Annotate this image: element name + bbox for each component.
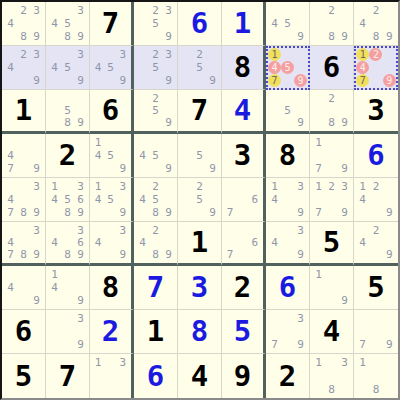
candidate-slot-7: 7 bbox=[268, 74, 281, 87]
candidate-slot-8 bbox=[281, 249, 294, 261]
candidate-slot-9: 9 bbox=[294, 338, 307, 351]
candidate-slot-1 bbox=[180, 136, 193, 149]
candidate-grid: 179 bbox=[311, 135, 352, 176]
cell-r1c9[interactable]: 2489 bbox=[354, 2, 398, 46]
cell-r2c4[interactable]: 2359 bbox=[134, 46, 178, 90]
candidate-slot-2: 2 bbox=[17, 4, 30, 17]
candidate-slot-7: 7 bbox=[224, 249, 236, 261]
candidate-slot-9: 9 bbox=[206, 74, 219, 87]
candidate-grid: 23489 bbox=[3, 3, 44, 44]
cell-r4c1[interactable]: 479 bbox=[2, 134, 46, 178]
candidate-slot-6 bbox=[162, 193, 175, 206]
candidate-slot-2: 2 bbox=[193, 48, 206, 61]
candidate-slot-2: 2 bbox=[369, 48, 382, 61]
cell-value: 8 bbox=[178, 310, 221, 353]
candidate-slot-7 bbox=[356, 383, 369, 396]
candidate-slot-2 bbox=[281, 4, 294, 17]
cell-r4c8[interactable]: 179 bbox=[310, 134, 354, 178]
candidate-slot-9 bbox=[338, 383, 351, 396]
candidate-slot-5 bbox=[149, 236, 162, 248]
candidate-slot-1 bbox=[4, 224, 17, 236]
candidate-slot-9: 9 bbox=[383, 74, 396, 87]
candidate-slot-7 bbox=[180, 206, 193, 219]
candidate-slot-1 bbox=[4, 4, 17, 17]
cell-r4c7[interactable]: 8 bbox=[266, 134, 310, 178]
cell-r4c2[interactable]: 2 bbox=[46, 134, 90, 178]
candidate-slot-7 bbox=[312, 383, 325, 396]
cell-r3c5[interactable]: 7 bbox=[178, 90, 222, 134]
cell-r6c6[interactable]: 67 bbox=[222, 222, 266, 266]
candidate-slot-2 bbox=[61, 180, 74, 193]
candidate-slot-6 bbox=[162, 104, 175, 116]
candidate-slot-8 bbox=[325, 294, 338, 307]
cell-r1c8[interactable]: 289 bbox=[310, 2, 354, 46]
candidate-slot-1 bbox=[180, 48, 193, 61]
cell-r3c9[interactable]: 3 bbox=[354, 90, 398, 134]
candidate-slot-1 bbox=[92, 48, 104, 61]
candidate-slot-7 bbox=[48, 30, 61, 43]
cell-r3c1[interactable]: 1 bbox=[2, 90, 46, 134]
candidate-slot-3 bbox=[383, 356, 396, 369]
candidate-grid: 3459 bbox=[91, 47, 130, 88]
candidate-slot-3: 3 bbox=[30, 4, 43, 17]
candidate-slot-9: 9 bbox=[338, 294, 351, 307]
candidate-slot-6 bbox=[338, 369, 351, 382]
candidate-slot-6 bbox=[30, 61, 43, 74]
candidate-slot-2 bbox=[104, 224, 116, 236]
candidate-slot-3 bbox=[162, 224, 175, 236]
candidate-slot-4: 4 bbox=[268, 17, 281, 30]
cell-r1c1[interactable]: 23489 bbox=[2, 2, 46, 46]
candidate-slot-6 bbox=[74, 61, 87, 74]
candidate-slot-5 bbox=[61, 281, 74, 294]
candidate-slot-3 bbox=[206, 48, 219, 61]
cell-r9c3[interactable]: 13 bbox=[90, 354, 134, 398]
candidate-slot-1 bbox=[268, 92, 281, 104]
cell-r6c5[interactable]: 1 bbox=[178, 222, 222, 266]
candidate-grid: 249 bbox=[355, 223, 397, 262]
candidate-slot-6 bbox=[338, 149, 351, 162]
cell-r3c6[interactable]: 4 bbox=[222, 90, 266, 134]
cell-r1c3[interactable]: 7 bbox=[90, 2, 134, 46]
candidate-slot-8: 8 bbox=[17, 249, 30, 261]
candidate-slot-7: 7 bbox=[356, 74, 369, 87]
candidate-slot-1: 1 bbox=[48, 180, 61, 193]
candidate-slot-7 bbox=[136, 117, 149, 129]
candidate-grid: 1349 bbox=[267, 179, 308, 220]
cell-r6c4[interactable]: 2489 bbox=[134, 222, 178, 266]
candidate-slot-4: 4 bbox=[136, 236, 149, 248]
cell-r6c1[interactable]: 34789 bbox=[2, 222, 46, 266]
cell-value: 3 bbox=[222, 134, 263, 177]
cell-r5c5[interactable]: 259 bbox=[178, 178, 222, 222]
candidate-slot-6 bbox=[162, 61, 175, 74]
candidate-slot-1 bbox=[224, 224, 236, 236]
candidate-slot-3 bbox=[74, 92, 87, 104]
cell-r2c3[interactable]: 3459 bbox=[90, 46, 134, 90]
cell-r2c9[interactable]: 12479 bbox=[354, 46, 398, 90]
candidate-slot-5 bbox=[17, 61, 30, 74]
cell-r2c2[interactable]: 3459 bbox=[46, 46, 90, 90]
cell-value: 6 bbox=[178, 2, 221, 45]
cell-r9c9[interactable]: 18 bbox=[354, 354, 398, 398]
candidate-slot-8 bbox=[193, 74, 206, 87]
cell-value: 5 bbox=[354, 266, 398, 309]
cell-r7c7[interactable]: 6 bbox=[266, 266, 310, 310]
candidate-slot-6 bbox=[30, 17, 43, 30]
candidate-slot-7 bbox=[48, 294, 61, 307]
candidate-slot-1 bbox=[136, 92, 149, 104]
candidate-slot-8 bbox=[149, 117, 162, 129]
candidate-slot-5: 5 bbox=[281, 104, 294, 116]
cell-value: 2 bbox=[266, 354, 309, 398]
cell-value: 4 bbox=[310, 310, 353, 353]
candidate-slot-6 bbox=[206, 193, 219, 206]
cell-r7c4[interactable]: 7 bbox=[134, 266, 178, 310]
candidate-slot-7: 7 bbox=[224, 206, 236, 219]
candidate-slot-5 bbox=[369, 193, 382, 206]
candidate-slot-5 bbox=[281, 325, 294, 338]
candidate-slot-4 bbox=[312, 193, 325, 206]
cell-r3c7[interactable]: 59 bbox=[266, 90, 310, 134]
candidate-slot-2 bbox=[236, 224, 248, 236]
candidate-slot-5 bbox=[325, 369, 338, 382]
candidate-slot-2 bbox=[61, 48, 74, 61]
candidate-slot-2 bbox=[104, 48, 116, 61]
cell-r5c9[interactable]: 1249 bbox=[354, 178, 398, 222]
candidate-slot-6 bbox=[294, 236, 307, 248]
candidate-slot-4 bbox=[48, 104, 61, 116]
candidate-slot-8 bbox=[325, 162, 338, 175]
candidate-slot-9: 9 bbox=[338, 30, 351, 43]
candidate-slot-8 bbox=[236, 249, 248, 261]
cell-r5c6[interactable]: 67 bbox=[222, 178, 266, 222]
candidate-slot-4 bbox=[312, 281, 325, 294]
candidate-slot-6 bbox=[383, 236, 396, 248]
candidate-slot-2 bbox=[17, 136, 30, 149]
candidate-slot-4 bbox=[136, 104, 149, 116]
cell-r6c7[interactable]: 349 bbox=[266, 222, 310, 266]
candidate-grid: 67 bbox=[223, 223, 262, 262]
candidate-slot-2 bbox=[104, 356, 116, 369]
cell-r9c4[interactable]: 6 bbox=[134, 354, 178, 398]
candidate-slot-6 bbox=[338, 193, 351, 206]
candidate-slot-9: 9 bbox=[206, 206, 219, 219]
candidate-slot-2: 2 bbox=[149, 92, 162, 104]
candidate-slot-1 bbox=[136, 224, 149, 236]
candidate-grid: 289 bbox=[311, 3, 352, 44]
candidate-slot-7 bbox=[48, 74, 61, 87]
candidate-slot-3 bbox=[206, 136, 219, 149]
cell-r8c4[interactable]: 1 bbox=[134, 310, 178, 354]
candidate-slot-3 bbox=[294, 48, 307, 61]
candidate-slot-8 bbox=[281, 338, 294, 351]
candidate-slot-2: 2 bbox=[369, 4, 382, 17]
candidate-grid: 59 bbox=[179, 135, 220, 176]
candidate-grid: 34789 bbox=[3, 223, 44, 262]
candidate-slot-4: 4 bbox=[92, 149, 104, 162]
cell-value: 7 bbox=[134, 266, 177, 309]
cell-r7c8[interactable]: 19 bbox=[310, 266, 354, 310]
candidate-slot-2 bbox=[281, 48, 294, 61]
candidate-slot-3 bbox=[249, 180, 261, 193]
candidate-slot-2: 2 bbox=[193, 180, 206, 193]
cell-r4c4[interactable]: 459 bbox=[134, 134, 178, 178]
candidate-slot-7 bbox=[136, 249, 149, 261]
candidate-slot-6 bbox=[383, 325, 396, 338]
cell-r8c3[interactable]: 2 bbox=[90, 310, 134, 354]
candidate-grid: 349 bbox=[267, 223, 308, 262]
candidate-slot-9: 9 bbox=[30, 206, 43, 219]
candidate-slot-4 bbox=[48, 325, 61, 338]
cell-r9c5[interactable]: 4 bbox=[178, 354, 222, 398]
cell-r5c8[interactable]: 12379 bbox=[310, 178, 354, 222]
candidate-slot-3 bbox=[338, 92, 351, 104]
cell-r9c8[interactable]: 138 bbox=[310, 354, 354, 398]
candidate-slot-7 bbox=[48, 206, 61, 219]
candidate-grid: 34589 bbox=[47, 3, 88, 44]
candidate-slot-6 bbox=[30, 236, 43, 248]
cell-r7c3[interactable]: 8 bbox=[90, 266, 134, 310]
cell-r2c8[interactable]: 6 bbox=[310, 46, 354, 90]
cell-r3c3[interactable]: 6 bbox=[90, 90, 134, 134]
candidate-slot-2 bbox=[61, 268, 74, 281]
candidate-slot-4 bbox=[312, 149, 325, 162]
candidate-slot-8 bbox=[193, 206, 206, 219]
cell-r9c6[interactable]: 9 bbox=[222, 354, 266, 398]
cell-value: 5 bbox=[2, 354, 45, 398]
candidate-slot-7: 7 bbox=[4, 249, 17, 261]
candidate-slot-7 bbox=[92, 383, 104, 396]
cell-value: 8 bbox=[222, 46, 263, 89]
cell-r1c5[interactable]: 6 bbox=[178, 2, 222, 46]
candidate-1-yellow-circle: 1 bbox=[268, 48, 281, 61]
cell-value: 7 bbox=[90, 2, 131, 45]
candidate-slot-4: 4 bbox=[268, 61, 281, 74]
candidate-grid: 3459 bbox=[47, 47, 88, 88]
cell-r5c2[interactable]: 1345689 bbox=[46, 178, 90, 222]
candidate-slot-1 bbox=[48, 312, 61, 325]
candidate-slot-1: 1 bbox=[312, 268, 325, 281]
cell-r7c1[interactable]: 49 bbox=[2, 266, 46, 310]
candidate-slot-9: 9 bbox=[30, 294, 43, 307]
cell-value: 6 bbox=[266, 266, 309, 309]
cell-r4c3[interactable]: 1459 bbox=[90, 134, 134, 178]
cell-r9c7[interactable]: 2 bbox=[266, 354, 310, 398]
candidate-grid: 459 bbox=[135, 135, 176, 176]
cell-r3c8[interactable]: 289 bbox=[310, 90, 354, 134]
candidate-grid: 59 bbox=[267, 91, 308, 130]
cell-r5c7[interactable]: 1349 bbox=[266, 178, 310, 222]
cell-r1c7[interactable]: 459 bbox=[266, 2, 310, 46]
candidate-slot-4: 4 bbox=[48, 17, 61, 30]
cell-r2c6[interactable]: 8 bbox=[222, 46, 266, 90]
candidate-slot-6 bbox=[294, 104, 307, 116]
cell-r2c7[interactable]: 14579 bbox=[266, 46, 310, 90]
cell-r9c1[interactable]: 5 bbox=[2, 354, 46, 398]
candidate-slot-5: 5 bbox=[193, 193, 206, 206]
candidate-slot-3: 3 bbox=[338, 180, 351, 193]
candidate-slot-8: 8 bbox=[61, 249, 74, 261]
cell-r5c4[interactable]: 24589 bbox=[134, 178, 178, 222]
candidate-slot-1 bbox=[136, 4, 149, 17]
candidate-slot-3 bbox=[162, 136, 175, 149]
candidate-slot-1 bbox=[4, 180, 17, 193]
candidate-slot-7: 7 bbox=[356, 338, 369, 351]
cell-r8c2[interactable]: 39 bbox=[46, 310, 90, 354]
candidate-slot-7: 7 bbox=[4, 162, 17, 175]
candidate-slot-9 bbox=[249, 249, 261, 261]
candidate-slot-9: 9 bbox=[294, 206, 307, 219]
candidate-9-red-circle: 9 bbox=[383, 74, 396, 87]
candidate-slot-9 bbox=[383, 383, 396, 396]
cell-value: 6 bbox=[310, 46, 353, 89]
cell-r1c4[interactable]: 2359 bbox=[134, 2, 178, 46]
candidate-slot-1 bbox=[48, 224, 61, 236]
candidate-slot-5 bbox=[17, 236, 30, 248]
candidate-slot-4 bbox=[356, 325, 369, 338]
candidate-4-red-circle: 4 bbox=[268, 61, 281, 74]
candidate-grid: 2359 bbox=[135, 3, 176, 44]
candidate-slot-9: 9 bbox=[74, 206, 87, 219]
candidate-slot-9: 9 bbox=[294, 30, 307, 43]
candidate-slot-3: 3 bbox=[294, 312, 307, 325]
candidate-slot-8: 8 bbox=[17, 206, 30, 219]
cell-r8c8[interactable]: 4 bbox=[310, 310, 354, 354]
candidate-slot-3 bbox=[294, 92, 307, 104]
candidate-slot-4 bbox=[180, 61, 193, 74]
candidate-slot-9 bbox=[249, 206, 261, 219]
candidate-slot-2 bbox=[369, 356, 382, 369]
candidate-slot-8 bbox=[61, 294, 74, 307]
cell-r8c1[interactable]: 6 bbox=[2, 310, 46, 354]
candidate-slot-6 bbox=[206, 61, 219, 74]
candidate-slot-9: 9 bbox=[383, 338, 396, 351]
candidate-slot-8 bbox=[104, 74, 116, 87]
cell-r3c4[interactable]: 259 bbox=[134, 90, 178, 134]
cell-r1c2[interactable]: 34589 bbox=[46, 2, 90, 46]
candidate-slot-5: 5 bbox=[61, 104, 74, 116]
candidate-slot-4: 4 bbox=[48, 281, 61, 294]
cell-r8c5[interactable]: 8 bbox=[178, 310, 222, 354]
candidate-slot-6 bbox=[30, 149, 43, 162]
candidate-slot-7 bbox=[48, 249, 61, 261]
cell-value: 1 bbox=[2, 90, 45, 131]
candidate-slot-6: 6 bbox=[249, 193, 261, 206]
cell-r9c2[interactable]: 7 bbox=[46, 354, 90, 398]
candidate-grid: 1459 bbox=[91, 135, 130, 176]
cell-r7c9[interactable]: 5 bbox=[354, 266, 398, 310]
candidate-slot-8 bbox=[104, 383, 116, 396]
candidate-slot-7 bbox=[356, 30, 369, 43]
cell-r4c6[interactable]: 3 bbox=[222, 134, 266, 178]
candidate-slot-8 bbox=[281, 74, 294, 87]
candidate-slot-1 bbox=[356, 224, 369, 236]
candidate-slot-6 bbox=[294, 325, 307, 338]
candidate-slot-9: 9 bbox=[294, 117, 307, 129]
candidate-slot-8: 8 bbox=[325, 383, 338, 396]
candidate-slot-3 bbox=[294, 4, 307, 17]
candidate-slot-2 bbox=[104, 180, 116, 193]
candidate-slot-5 bbox=[17, 17, 30, 30]
candidate-slot-4: 4 bbox=[4, 149, 17, 162]
cell-r2c1[interactable]: 2349 bbox=[2, 46, 46, 90]
candidate-slot-3: 3 bbox=[117, 180, 129, 193]
candidate-slot-9: 9 bbox=[30, 249, 43, 261]
candidate-slot-6 bbox=[74, 17, 87, 30]
candidate-slot-2 bbox=[236, 180, 248, 193]
candidate-slot-5: 5 bbox=[193, 61, 206, 74]
candidate-slot-1: 1 bbox=[268, 48, 281, 61]
candidate-slot-8 bbox=[17, 294, 30, 307]
candidate-slot-3 bbox=[162, 180, 175, 193]
candidate-slot-4: 4 bbox=[268, 236, 281, 248]
candidate-slot-6 bbox=[206, 149, 219, 162]
candidate-slot-4: 4 bbox=[92, 236, 104, 248]
candidate-grid: 13459 bbox=[91, 179, 130, 220]
candidate-slot-1 bbox=[92, 224, 104, 236]
cell-r4c5[interactable]: 59 bbox=[178, 134, 222, 178]
cell-r7c2[interactable]: 149 bbox=[46, 266, 90, 310]
candidate-slot-9: 9 bbox=[294, 249, 307, 261]
cell-value: 3 bbox=[178, 266, 221, 309]
candidate-slot-6 bbox=[338, 281, 351, 294]
candidate-slot-6 bbox=[162, 17, 175, 30]
cell-r6c9[interactable]: 249 bbox=[354, 222, 398, 266]
candidate-grid: 14579 bbox=[267, 47, 308, 88]
cell-r2c5[interactable]: 259 bbox=[178, 46, 222, 90]
candidate-grid: 289 bbox=[311, 91, 352, 130]
cell-r6c2[interactable]: 34689 bbox=[46, 222, 90, 266]
cell-r8c9[interactable]: 79 bbox=[354, 310, 398, 354]
cell-r3c2[interactable]: 589 bbox=[46, 90, 90, 134]
candidate-slot-5 bbox=[236, 236, 248, 248]
candidate-slot-8 bbox=[149, 74, 162, 87]
cell-r1c6[interactable]: 1 bbox=[222, 2, 266, 46]
candidate-slot-5: 5 bbox=[149, 17, 162, 30]
candidate-grid: 1345689 bbox=[47, 179, 88, 220]
candidate-slot-6 bbox=[117, 369, 129, 382]
candidate-slot-2 bbox=[281, 312, 294, 325]
cell-value: 6 bbox=[134, 354, 177, 398]
candidate-slot-5: 5 bbox=[104, 193, 116, 206]
cell-r4c9[interactable]: 6 bbox=[354, 134, 398, 178]
candidate-slot-5: 5 bbox=[61, 193, 74, 206]
candidate-slot-8 bbox=[281, 206, 294, 219]
candidate-slot-8: 8 bbox=[61, 206, 74, 219]
candidate-grid: 138 bbox=[311, 355, 352, 397]
candidate-slot-9: 9 bbox=[30, 162, 43, 175]
cell-r5c3[interactable]: 13459 bbox=[90, 178, 134, 222]
candidate-slot-5 bbox=[236, 193, 248, 206]
cell-r7c5[interactable]: 3 bbox=[178, 266, 222, 310]
candidate-slot-1: 1 bbox=[92, 136, 104, 149]
cell-value: 4 bbox=[222, 90, 263, 131]
candidate-slot-1: 1 bbox=[92, 356, 104, 369]
cell-value: 9 bbox=[222, 354, 263, 398]
cell-r8c6[interactable]: 5 bbox=[222, 310, 266, 354]
cell-r5c1[interactable]: 34789 bbox=[2, 178, 46, 222]
candidate-1-yellow-circle: 1 bbox=[356, 48, 369, 61]
candidate-slot-1 bbox=[180, 180, 193, 193]
cell-r7c6[interactable]: 2 bbox=[222, 266, 266, 310]
cell-r6c8[interactable]: 5 bbox=[310, 222, 354, 266]
cell-r8c7[interactable]: 379 bbox=[266, 310, 310, 354]
candidate-slot-5 bbox=[369, 236, 382, 248]
cell-r6c3[interactable]: 349 bbox=[90, 222, 134, 266]
candidate-slot-1 bbox=[4, 136, 17, 149]
candidate-slot-2 bbox=[17, 224, 30, 236]
